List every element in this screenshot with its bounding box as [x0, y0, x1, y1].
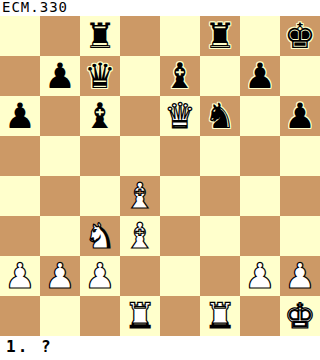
black-pawn-g7[interactable]: ♟ — [244, 59, 275, 94]
puzzle-title: ECM.330 — [0, 0, 320, 16]
square-a5[interactable] — [0, 136, 40, 176]
square-h3[interactable] — [280, 216, 320, 256]
square-b8[interactable] — [40, 16, 80, 56]
white-bishop-d3[interactable]: ♝ — [124, 219, 155, 254]
white-pawn-h2[interactable]: ♟ — [284, 259, 315, 294]
square-d5[interactable] — [120, 136, 160, 176]
black-bishop-c6[interactable]: ♝ — [84, 99, 115, 134]
black-rook-f8[interactable]: ♜ — [204, 19, 235, 54]
square-c2[interactable]: ♟ — [80, 256, 120, 296]
square-g3[interactable] — [240, 216, 280, 256]
move-prompt: 1. ? — [0, 336, 320, 360]
square-f7[interactable] — [200, 56, 240, 96]
square-d1[interactable]: ♜ — [120, 296, 160, 336]
square-d6[interactable] — [120, 96, 160, 136]
black-rook-c8[interactable]: ♜ — [84, 19, 115, 54]
square-f6[interactable]: ♞ — [200, 96, 240, 136]
square-b6[interactable] — [40, 96, 80, 136]
square-a8[interactable] — [0, 16, 40, 56]
chess-diagram-window: ECM.330 ♜♜♚♟♛♝♟♟♝♛♞♟♝♞♝♟♟♟♟♟♜♜♚ 1. ? — [0, 0, 320, 360]
square-b5[interactable] — [40, 136, 80, 176]
square-g1[interactable] — [240, 296, 280, 336]
black-pawn-a6[interactable]: ♟ — [4, 99, 35, 134]
square-h8[interactable]: ♚ — [280, 16, 320, 56]
square-e7[interactable]: ♝ — [160, 56, 200, 96]
white-queen-e6[interactable]: ♛ — [164, 99, 195, 134]
square-d2[interactable] — [120, 256, 160, 296]
square-a3[interactable] — [0, 216, 40, 256]
square-e5[interactable] — [160, 136, 200, 176]
square-b4[interactable] — [40, 176, 80, 216]
square-c4[interactable] — [80, 176, 120, 216]
square-d8[interactable] — [120, 16, 160, 56]
black-queen-c7[interactable]: ♛ — [84, 59, 115, 94]
square-g8[interactable] — [240, 16, 280, 56]
square-g2[interactable]: ♟ — [240, 256, 280, 296]
square-f1[interactable]: ♜ — [200, 296, 240, 336]
square-a6[interactable]: ♟ — [0, 96, 40, 136]
chess-board: ♜♜♚♟♛♝♟♟♝♛♞♟♝♞♝♟♟♟♟♟♜♜♚ — [0, 16, 320, 336]
square-h6[interactable]: ♟ — [280, 96, 320, 136]
white-pawn-g2[interactable]: ♟ — [244, 259, 275, 294]
white-pawn-a2[interactable]: ♟ — [4, 259, 35, 294]
black-bishop-e7[interactable]: ♝ — [164, 59, 195, 94]
black-king-h8[interactable]: ♚ — [284, 19, 315, 54]
square-d7[interactable] — [120, 56, 160, 96]
square-a7[interactable] — [0, 56, 40, 96]
square-g5[interactable] — [240, 136, 280, 176]
square-c5[interactable] — [80, 136, 120, 176]
square-h1[interactable]: ♚ — [280, 296, 320, 336]
square-c6[interactable]: ♝ — [80, 96, 120, 136]
white-bishop-d4[interactable]: ♝ — [124, 179, 155, 214]
square-f3[interactable] — [200, 216, 240, 256]
square-c8[interactable]: ♜ — [80, 16, 120, 56]
square-g6[interactable] — [240, 96, 280, 136]
square-e8[interactable] — [160, 16, 200, 56]
square-d3[interactable]: ♝ — [120, 216, 160, 256]
square-b3[interactable] — [40, 216, 80, 256]
square-e3[interactable] — [160, 216, 200, 256]
square-a4[interactable] — [0, 176, 40, 216]
square-d4[interactable]: ♝ — [120, 176, 160, 216]
square-e6[interactable]: ♛ — [160, 96, 200, 136]
square-e4[interactable] — [160, 176, 200, 216]
white-king-h1[interactable]: ♚ — [284, 299, 315, 334]
square-f2[interactable] — [200, 256, 240, 296]
square-h5[interactable] — [280, 136, 320, 176]
square-b2[interactable]: ♟ — [40, 256, 80, 296]
square-f8[interactable]: ♜ — [200, 16, 240, 56]
square-e2[interactable] — [160, 256, 200, 296]
white-pawn-c2[interactable]: ♟ — [84, 259, 115, 294]
square-f4[interactable] — [200, 176, 240, 216]
square-e1[interactable] — [160, 296, 200, 336]
white-pawn-b2[interactable]: ♟ — [44, 259, 75, 294]
black-pawn-h6[interactable]: ♟ — [284, 99, 315, 134]
white-rook-f1[interactable]: ♜ — [204, 299, 235, 334]
square-b1[interactable] — [40, 296, 80, 336]
white-rook-d1[interactable]: ♜ — [124, 299, 155, 334]
square-c3[interactable]: ♞ — [80, 216, 120, 256]
square-h4[interactable] — [280, 176, 320, 216]
black-knight-f6[interactable]: ♞ — [204, 99, 235, 134]
square-b7[interactable]: ♟ — [40, 56, 80, 96]
square-a1[interactable] — [0, 296, 40, 336]
square-c1[interactable] — [80, 296, 120, 336]
square-c7[interactable]: ♛ — [80, 56, 120, 96]
black-pawn-b7[interactable]: ♟ — [44, 59, 75, 94]
square-h7[interactable] — [280, 56, 320, 96]
white-knight-c3[interactable]: ♞ — [84, 219, 115, 254]
square-h2[interactable]: ♟ — [280, 256, 320, 296]
square-a2[interactable]: ♟ — [0, 256, 40, 296]
square-f5[interactable] — [200, 136, 240, 176]
square-g4[interactable] — [240, 176, 280, 216]
square-g7[interactable]: ♟ — [240, 56, 280, 96]
